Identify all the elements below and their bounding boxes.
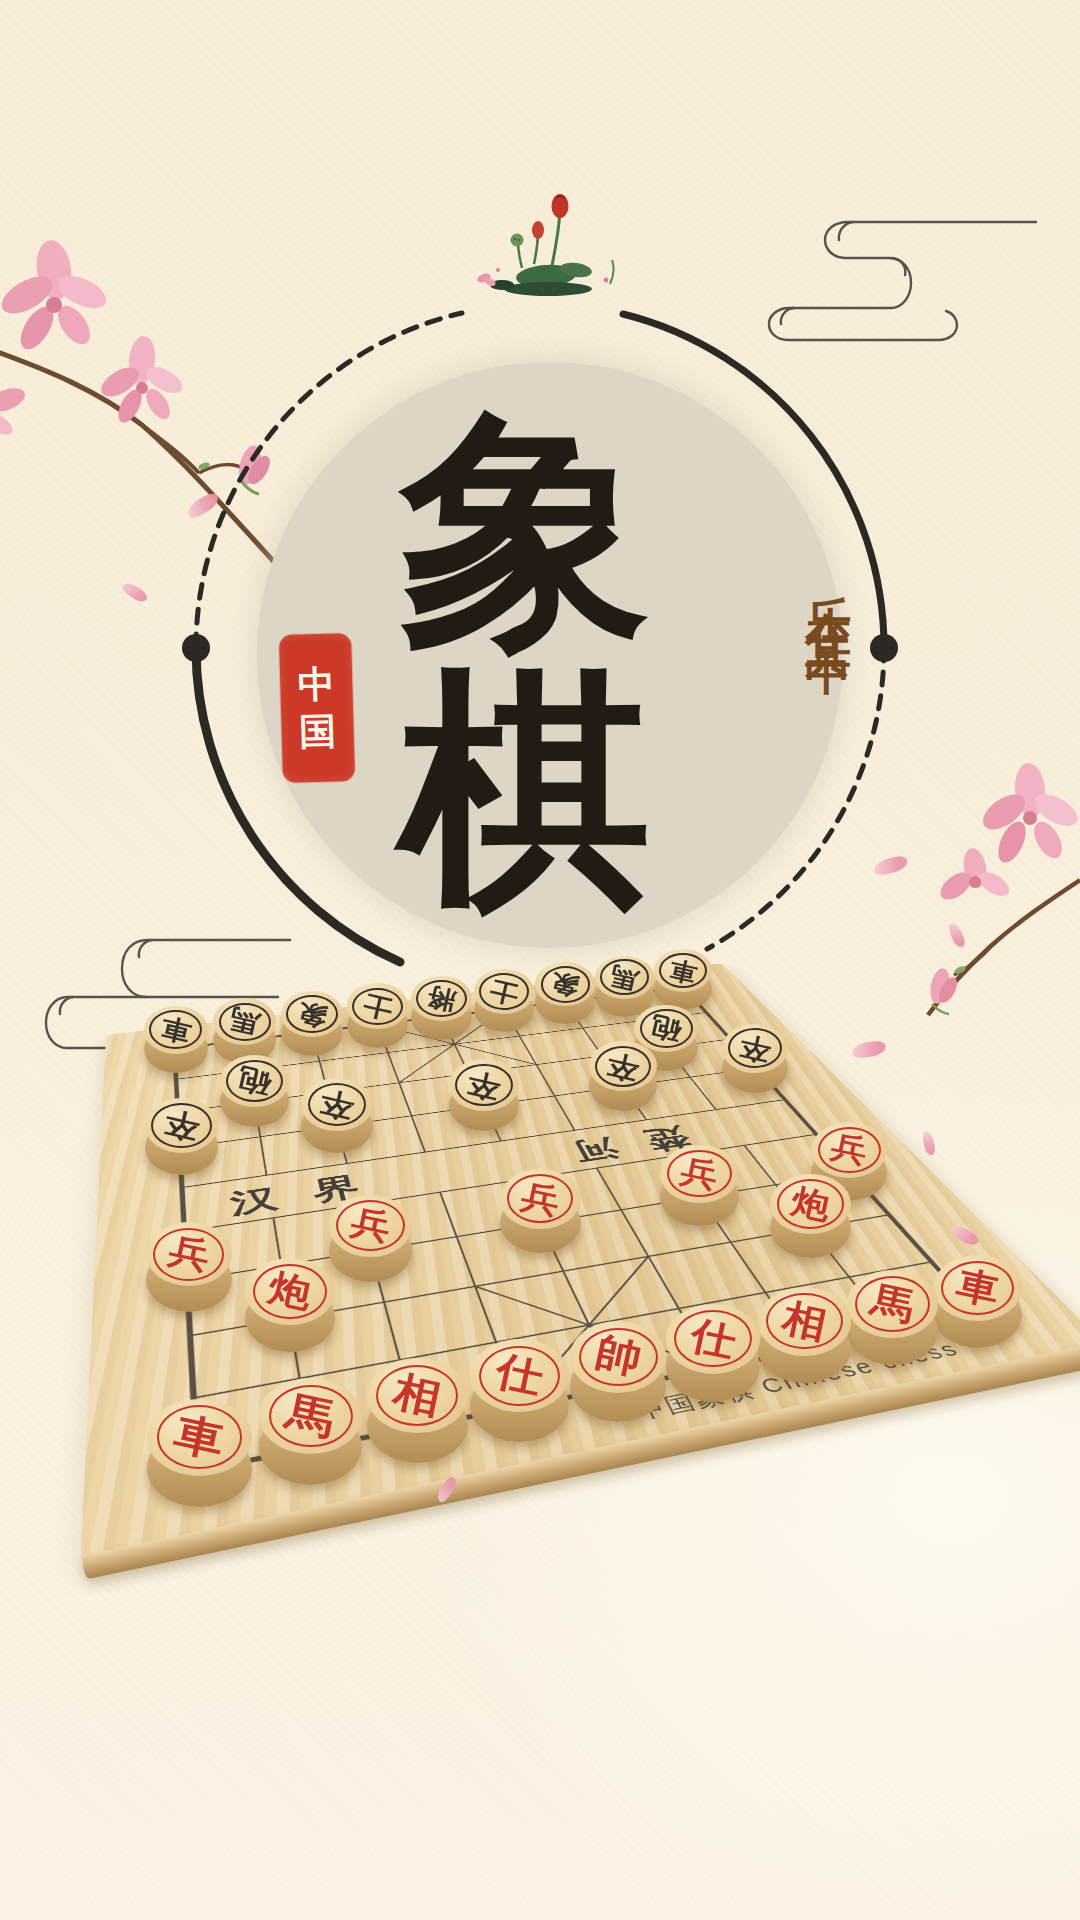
title-char-qi: 棋 [375, 666, 675, 918]
lotus-icon [468, 192, 628, 312]
motto-vertical-text: 乐在其中 [797, 558, 859, 918]
poster-root: 象 棋 中 国 乐在其中 [0, 0, 1080, 1920]
title-char-xiang: 象 [375, 408, 675, 660]
poster-title: 象 棋 [375, 408, 675, 924]
seal-char-guo: 国 [299, 712, 337, 750]
seal-char-zhong: 中 [297, 665, 335, 703]
china-seal: 中 国 [279, 633, 355, 783]
